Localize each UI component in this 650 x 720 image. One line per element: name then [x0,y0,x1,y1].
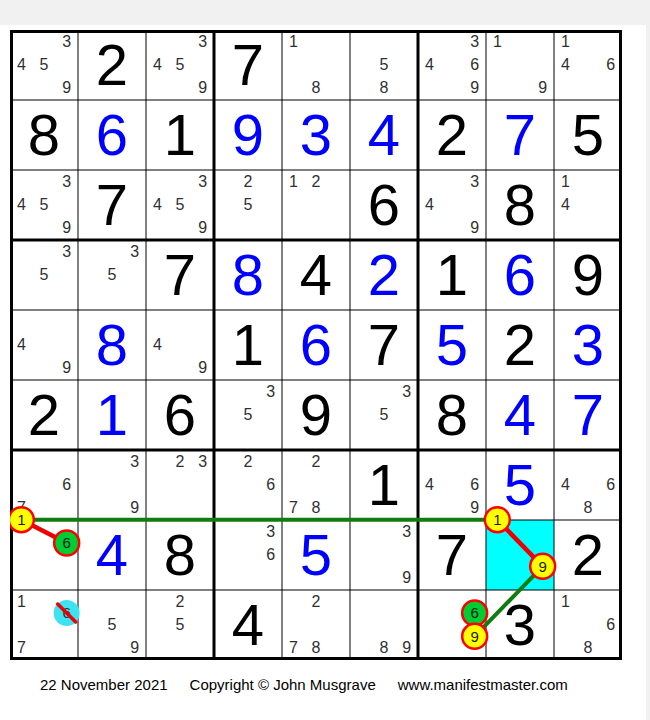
cell-r3c5[interactable]: 12 [282,170,350,240]
candidate-digit [259,170,282,193]
candidate-digit: 8 [305,77,328,100]
candidate-digit: 3 [259,380,282,403]
candidate-digit [33,333,56,356]
candidate-digit [78,287,101,310]
candidate-digit [33,637,56,660]
candidate-digit [146,357,169,380]
cell-value: 2 [554,520,622,590]
candidate-digit: 4 [10,53,33,76]
cell-r5c3[interactable]: 49 [146,310,214,380]
candidate-digit: 6 [55,473,78,496]
candidate-digit [78,240,101,263]
candidate-digit: 2 [237,170,260,193]
cell-value: 1 [78,380,146,450]
cell-value: 7 [350,310,418,380]
candidate-digit: 3 [395,520,418,543]
cell-r7c6[interactable]: 1 [350,450,418,520]
cell-r9c4[interactable]: 4 [214,590,282,660]
candidate-grid: 35 [214,380,282,450]
candidate-digit: 5 [101,613,124,636]
candidate-digit [123,263,146,286]
candidate-digit [395,427,418,450]
candidate-digit [599,170,622,193]
cell-r7c2[interactable]: 39 [78,450,146,520]
cell-r2c4[interactable]: 9 [214,100,282,170]
candidate-digit [509,53,532,76]
cell-r6c4[interactable]: 35 [214,380,282,450]
candidate-digit [599,77,622,100]
cell-r2c3[interactable]: 1 [146,100,214,170]
candidate-digit [33,357,56,380]
candidate-digit [418,217,441,240]
cell-r2c8[interactable]: 7 [486,100,554,170]
cell-r1c4[interactable]: 7 [214,30,282,100]
candidate-digit: 2 [305,450,328,473]
cell-r3c2[interactable]: 7 [78,170,146,240]
candidate-digit [599,590,622,613]
cell-value: 1 [146,100,214,170]
candidate-grid: 278 [282,450,350,520]
candidate-digit [305,217,328,240]
candidate-digit [101,240,124,263]
candidate-digit [169,497,192,520]
candidate-grid: 17 [10,590,78,660]
cell-r8c5[interactable]: 5 [282,520,350,590]
cell-r7c9[interactable]: 468 [554,450,622,520]
cell-r4c3[interactable]: 7 [146,240,214,310]
candidate-digit [305,473,328,496]
candidate-digit: 3 [55,30,78,53]
candidate-digit [33,473,56,496]
candidate-digit [169,170,192,193]
cell-value: 2 [350,240,418,310]
candidate-grid: 59 [78,590,146,660]
cell-r7c5[interactable]: 278 [282,450,350,520]
candidate-digit: 9 [463,217,486,240]
cell-r9c1[interactable]: 17 [10,590,78,660]
candidate-grid: 469 [418,450,486,520]
cell-r5c7[interactable]: 5 [418,310,486,380]
cell-r4c2[interactable]: 35 [78,240,146,310]
candidate-digit [123,590,146,613]
candidate-digit: 7 [282,497,305,520]
candidate-digit [191,333,214,356]
candidate-digit [191,590,214,613]
candidate-digit: 5 [169,193,192,216]
candidate-digit [577,473,600,496]
candidate-grid: 25 [146,590,214,660]
candidate-digit [10,77,33,100]
candidate-digit [55,333,78,356]
top-chrome-bar [0,0,650,25]
candidate-digit [395,403,418,426]
cell-r8c6[interactable]: 39 [350,520,418,590]
cell-r4c5[interactable]: 4 [282,240,350,310]
candidate-digit [33,497,56,520]
candidate-digit: 8 [577,637,600,660]
cell-r5c6[interactable]: 7 [350,310,418,380]
candidate-digit: 6 [463,53,486,76]
candidate-digit: 8 [305,497,328,520]
candidate-digit [509,30,532,53]
candidate-digit [169,333,192,356]
candidate-digit [327,637,350,660]
candidate-digit [373,380,396,403]
candidate-digit: 6 [259,543,282,566]
candidate-digit [55,310,78,333]
candidate-digit [554,217,577,240]
candidate-digit: 6 [599,53,622,76]
candidate-digit: 5 [373,53,396,76]
cell-r2c7[interactable]: 2 [418,100,486,170]
candidate-grid: 168 [554,590,622,660]
candidate-grid: 67 [10,450,78,520]
candidate-digit: 7 [282,637,305,660]
candidate-digit [33,613,56,636]
cell-r8c9[interactable]: 2 [554,520,622,590]
candidate-digit [55,543,78,566]
candidate-digit [327,53,350,76]
sudoku-board: 3459234597185834691914686193427534597345… [10,30,622,660]
candidate-digit [259,450,282,473]
candidate-digit [191,473,214,496]
cell-r3c9[interactable]: 14 [554,170,622,240]
cell-value: 8 [214,240,282,310]
candidate-digit [350,637,373,660]
candidate-digit [101,497,124,520]
candidate-digit [509,567,532,590]
cell-r9c6[interactable]: 89 [350,590,418,660]
cell-r6c9[interactable]: 7 [554,380,622,450]
cell-r3c3[interactable]: 3459 [146,170,214,240]
candidate-digit: 3 [395,380,418,403]
cell-r5c9[interactable]: 3 [554,310,622,380]
candidate-digit [395,613,418,636]
candidate-digit [10,240,33,263]
cell-r9c8[interactable]: 3 [486,590,554,660]
candidate-digit [599,30,622,53]
candidate-digit [418,170,441,193]
cell-r3c4[interactable]: 25 [214,170,282,240]
candidate-digit [554,637,577,660]
cell-r7c3[interactable]: 23 [146,450,214,520]
candidate-digit [577,613,600,636]
candidate-digit [282,473,305,496]
cell-r5c8[interactable]: 2 [486,310,554,380]
cell-r3c8[interactable]: 8 [486,170,554,240]
candidate-digit: 5 [33,53,56,76]
candidate-grid: 14 [554,170,622,240]
candidate-digit [531,520,554,543]
cell-value: 8 [146,520,214,590]
candidate-digit [33,217,56,240]
candidate-digit: 1 [282,30,305,53]
candidate-digit [350,567,373,590]
cell-r6c1[interactable]: 2 [10,380,78,450]
cell-value: 2 [418,100,486,170]
candidate-grid: 39 [78,450,146,520]
candidate-digit [101,473,124,496]
cell-r6c8[interactable]: 4 [486,380,554,450]
candidate-digit: 7 [10,637,33,660]
cell-r2c6[interactable]: 4 [350,100,418,170]
candidate-digit [214,473,237,496]
candidate-digit [463,193,486,216]
candidate-digit [554,77,577,100]
cell-r5c5[interactable]: 6 [282,310,350,380]
candidate-digit [214,497,237,520]
candidate-grid: 19 [486,30,554,100]
cell-r3c6[interactable]: 6 [350,170,418,240]
cell-value: 6 [78,100,146,170]
candidate-digit [350,613,373,636]
candidate-digit [395,30,418,53]
candidate-digit: 9 [395,567,418,590]
cell-r1c3[interactable]: 3459 [146,30,214,100]
cell-value: 6 [350,170,418,240]
cell-value: 9 [282,380,350,450]
cell-r9c2[interactable]: 59 [78,590,146,660]
candidate-digit [350,520,373,543]
cell-r8c3[interactable]: 8 [146,520,214,590]
candidate-digit [259,193,282,216]
candidate-digit [10,613,33,636]
cell-r6c7[interactable]: 8 [418,380,486,450]
candidate-digit [418,637,441,660]
candidate-digit [10,357,33,380]
cell-r8c1[interactable] [10,520,78,590]
candidate-digit [395,53,418,76]
cell-r4c7[interactable]: 1 [418,240,486,310]
cell-r1c7[interactable]: 3469 [418,30,486,100]
candidate-digit [214,170,237,193]
candidate-digit [599,450,622,473]
candidate-digit [214,380,237,403]
candidate-digit [191,53,214,76]
screen: 3459234597185834691914686193427534597345… [0,0,650,720]
candidate-grid: 146 [554,30,622,100]
candidate-digit [237,380,260,403]
candidate-digit [10,543,33,566]
candidate-digit [577,450,600,473]
cell-r5c1[interactable]: 49 [10,310,78,380]
candidate-digit [418,450,441,473]
candidate-digit: 5 [33,193,56,216]
cell-r9c5[interactable]: 278 [282,590,350,660]
candidate-digit [78,590,101,613]
candidate-digit [191,310,214,333]
candidate-digit [441,590,464,613]
candidate-digit: 4 [418,473,441,496]
cell-value: 4 [350,100,418,170]
cell-value: 8 [486,170,554,240]
candidate-digit [327,450,350,473]
cell-r5c2[interactable]: 8 [78,310,146,380]
cell-r6c5[interactable]: 9 [282,380,350,450]
cell-r3c1[interactable]: 3459 [10,170,78,240]
candidate-digit [441,193,464,216]
candidate-digit [101,287,124,310]
candidate-digit: 2 [237,450,260,473]
candidate-digit [486,520,509,543]
cell-r7c8[interactable]: 5 [486,450,554,520]
candidate-digit [10,170,33,193]
candidate-digit [350,380,373,403]
candidate-digit: 9 [395,637,418,660]
cell-r1c6[interactable]: 58 [350,30,418,100]
candidate-digit [55,450,78,473]
candidate-grid: 35 [78,240,146,310]
candidate-grid: 468 [554,450,622,520]
cell-r8c7[interactable]: 7 [418,520,486,590]
candidate-digit [10,310,33,333]
cell-r8c4[interactable]: 36 [214,520,282,590]
candidate-digit [146,30,169,53]
candidate-digit [55,193,78,216]
candidate-digit: 5 [101,263,124,286]
candidate-digit [373,543,396,566]
candidate-digit [599,193,622,216]
candidate-digit [146,637,169,660]
candidate-digit: 2 [169,450,192,473]
candidate-digit [214,567,237,590]
cell-value: 7 [214,30,282,100]
cell-r4c6[interactable]: 2 [350,240,418,310]
candidate-digit [33,170,56,193]
candidate-grid: 36 [214,520,282,590]
candidate-grid: 25 [214,170,282,240]
cell-value: 2 [486,310,554,380]
candidate-digit: 9 [531,77,554,100]
cell-value: 6 [146,380,214,450]
candidate-digit [441,170,464,193]
candidate-digit [327,473,350,496]
footer-website: www.manifestmaster.com [398,676,568,693]
candidate-digit [531,30,554,53]
candidate-grid: 39 [350,520,418,590]
cell-r2c2[interactable]: 6 [78,100,146,170]
candidate-digit [169,310,192,333]
candidate-digit: 8 [373,77,396,100]
candidate-digit: 1 [554,590,577,613]
cell-r7c1[interactable]: 67 [10,450,78,520]
candidate-digit [599,637,622,660]
candidate-digit [55,637,78,660]
cell-r1c9[interactable]: 146 [554,30,622,100]
candidate-digit [327,170,350,193]
cell-r7c4[interactable]: 26 [214,450,282,520]
candidate-digit [395,543,418,566]
cell-r9c9[interactable]: 168 [554,590,622,660]
cell-r8c2[interactable]: 4 [78,520,146,590]
cell-r2c5[interactable]: 3 [282,100,350,170]
candidate-digit [10,450,33,473]
cell-r7c7[interactable]: 469 [418,450,486,520]
candidate-digit [78,263,101,286]
cell-value: 6 [486,240,554,310]
cell-r4c4[interactable]: 8 [214,240,282,310]
candidate-digit: 9 [55,77,78,100]
candidate-digit [169,473,192,496]
candidate-digit [395,590,418,613]
candidate-digit [259,403,282,426]
cell-r1c2[interactable]: 2 [78,30,146,100]
candidate-digit [373,427,396,450]
candidate-grid: 349 [418,170,486,240]
cell-r6c3[interactable]: 6 [146,380,214,450]
candidate-grid: 3469 [418,30,486,100]
candidate-digit [33,450,56,473]
candidate-digit [259,497,282,520]
cell-r6c2[interactable]: 1 [78,380,146,450]
cell-r2c1[interactable]: 8 [10,100,78,170]
cell-r1c8[interactable]: 19 [486,30,554,100]
candidate-digit [554,613,577,636]
candidate-digit [577,170,600,193]
cell-r4c9[interactable]: 9 [554,240,622,310]
candidate-digit [441,637,464,660]
cell-r1c1[interactable]: 3459 [10,30,78,100]
cell-r1c5[interactable]: 18 [282,30,350,100]
candidate-digit [10,567,33,590]
candidate-digit [463,590,486,613]
candidate-digit [486,53,509,76]
cell-r9c3[interactable]: 25 [146,590,214,660]
candidate-digit [441,450,464,473]
cell-r2c9[interactable]: 5 [554,100,622,170]
cell-r5c4[interactable]: 1 [214,310,282,380]
cell-r9c7[interactable] [418,590,486,660]
candidate-digit [418,613,441,636]
candidate-digit [350,543,373,566]
cell-r4c1[interactable]: 35 [10,240,78,310]
candidate-digit [101,450,124,473]
candidate-digit [237,217,260,240]
candidate-digit [441,217,464,240]
candidate-digit: 4 [10,333,33,356]
candidate-digit [169,77,192,100]
candidate-grid: 49 [146,310,214,380]
candidate-digit [463,637,486,660]
cell-value: 5 [282,520,350,590]
cell-r6c6[interactable]: 35 [350,380,418,450]
candidate-grid: 278 [282,590,350,660]
cell-value: 7 [554,380,622,450]
cell-r4c8[interactable]: 6 [486,240,554,310]
candidate-digit [123,473,146,496]
candidate-digit [146,473,169,496]
candidate-digit [327,77,350,100]
candidate-digit: 3 [463,170,486,193]
candidate-digit [10,217,33,240]
cell-r3c7[interactable]: 349 [418,170,486,240]
candidate-digit [191,613,214,636]
cell-value: 4 [78,520,146,590]
candidate-digit [509,543,532,566]
candidate-digit [55,590,78,613]
candidate-grid: 35 [350,380,418,450]
candidate-digit: 2 [305,590,328,613]
candidate-digit [237,473,260,496]
cell-value: 5 [418,310,486,380]
candidate-digit [327,193,350,216]
candidate-digit [146,217,169,240]
cell-r8c8[interactable] [486,520,554,590]
cell-value: 3 [486,590,554,660]
cell-value: 5 [486,450,554,520]
candidate-digit [237,427,260,450]
candidate-digit [441,53,464,76]
